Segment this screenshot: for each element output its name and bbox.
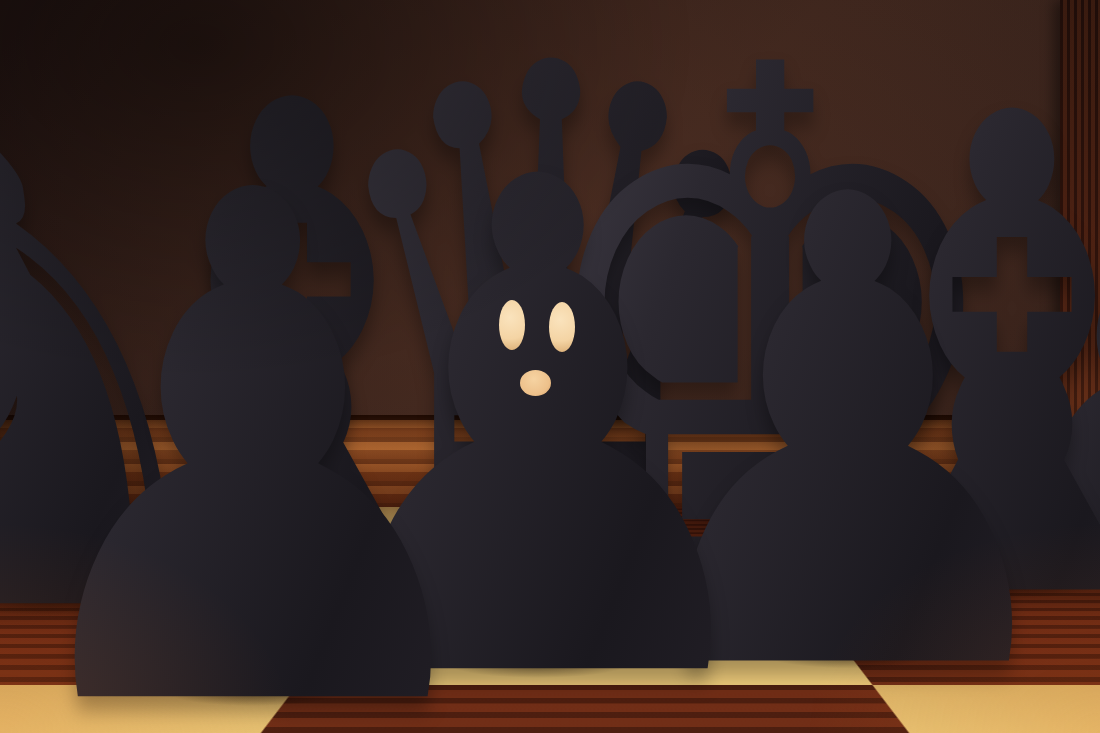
- face-right-eye: [549, 302, 575, 352]
- face-mouth: [520, 370, 551, 396]
- chess-scene: ♛ ♚ ♟ ♝ ♝ ♞ ♟ ♟ ♟: [0, 0, 1100, 733]
- pawn-glyph: ♟: [0, 104, 520, 733]
